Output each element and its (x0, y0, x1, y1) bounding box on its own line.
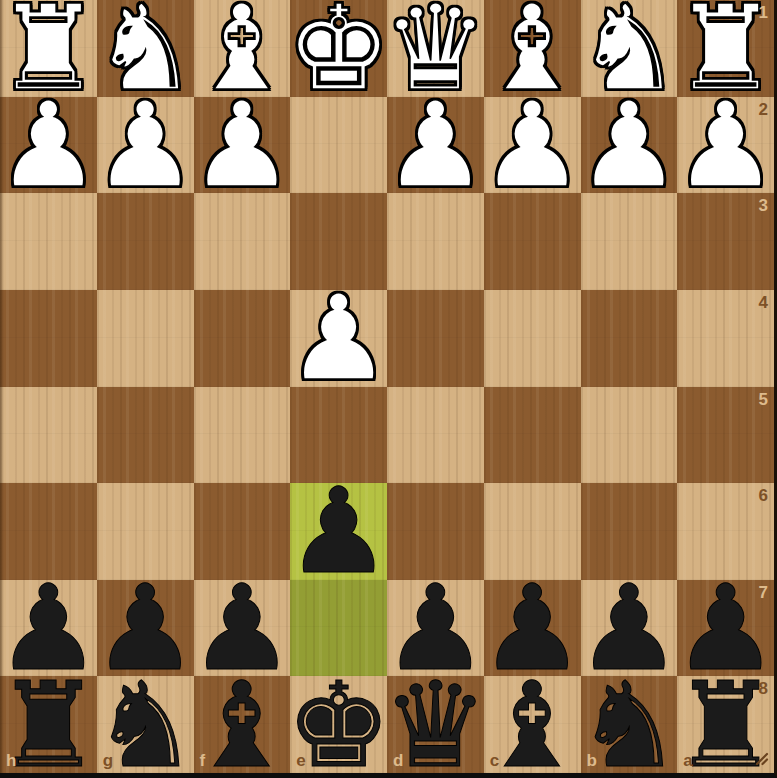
square-g3[interactable] (97, 193, 194, 290)
square-g5[interactable] (97, 387, 194, 484)
rank-label-6: 6 (759, 487, 768, 504)
square-h5[interactable] (0, 387, 97, 484)
square-c7[interactable]: ♟ (484, 580, 581, 677)
square-g1[interactable]: ♞ (97, 0, 194, 97)
chess-board: ♜♞♝♚♛♝♞♜1♟♟♟♟♟♟♟23♟45♟6♟♟♟♟♟♟♟7♜h♞g♝f♚e♛… (0, 0, 777, 778)
square-d7[interactable]: ♟ (387, 580, 484, 677)
square-e8[interactable]: ♚e (290, 676, 387, 773)
square-b3[interactable] (581, 193, 678, 290)
white-bishop[interactable]: ♝ (194, 0, 291, 97)
square-b5[interactable] (581, 387, 678, 484)
square-d6[interactable] (387, 483, 484, 580)
square-e5[interactable] (290, 387, 387, 484)
black-king[interactable]: ♚ (290, 676, 387, 773)
square-b1[interactable]: ♞ (581, 0, 678, 97)
square-h6[interactable] (0, 483, 97, 580)
square-e2[interactable] (290, 97, 387, 194)
white-bishop[interactable]: ♝ (484, 0, 581, 97)
square-b7[interactable]: ♟ (581, 580, 678, 677)
square-b6[interactable] (581, 483, 678, 580)
black-pawn[interactable]: ♟ (484, 580, 581, 677)
white-pawn[interactable]: ♟ (484, 97, 581, 194)
square-c1[interactable]: ♝ (484, 0, 581, 97)
square-c5[interactable] (484, 387, 581, 484)
black-rook[interactable]: ♜ (0, 676, 97, 773)
square-d4[interactable] (387, 290, 484, 387)
square-a6[interactable]: 6 (677, 483, 774, 580)
black-pawn[interactable]: ♟ (581, 580, 678, 677)
square-d8[interactable]: ♛d (387, 676, 484, 773)
square-d1[interactable]: ♛ (387, 0, 484, 97)
rank-label-3: 3 (759, 197, 768, 214)
square-f7[interactable]: ♟ (194, 580, 291, 677)
white-rook[interactable]: ♜ (677, 0, 774, 97)
square-f3[interactable] (194, 193, 291, 290)
square-d5[interactable] (387, 387, 484, 484)
black-pawn[interactable]: ♟ (387, 580, 484, 677)
square-g7[interactable]: ♟ (97, 580, 194, 677)
square-e4[interactable]: ♟ (290, 290, 387, 387)
square-f8[interactable]: ♝f (194, 676, 291, 773)
white-pawn[interactable]: ♟ (0, 97, 97, 194)
square-h2[interactable]: ♟ (0, 97, 97, 194)
square-c3[interactable] (484, 193, 581, 290)
square-g4[interactable] (97, 290, 194, 387)
white-pawn[interactable]: ♟ (290, 290, 387, 387)
resize-handle-icon[interactable] (753, 750, 769, 766)
white-rook[interactable]: ♜ (0, 0, 97, 97)
square-a1[interactable]: ♜1 (677, 0, 774, 97)
square-f2[interactable]: ♟ (194, 97, 291, 194)
black-pawn[interactable]: ♟ (97, 580, 194, 677)
square-g6[interactable] (97, 483, 194, 580)
square-e7[interactable] (290, 580, 387, 677)
rank-label-5: 5 (759, 391, 768, 408)
white-pawn[interactable]: ♟ (194, 97, 291, 194)
black-queen[interactable]: ♛ (387, 676, 484, 773)
black-bishop[interactable]: ♝ (194, 676, 291, 773)
square-b8[interactable]: ♞b (581, 676, 678, 773)
white-queen[interactable]: ♛ (387, 0, 484, 97)
square-b4[interactable] (581, 290, 678, 387)
square-g2[interactable]: ♟ (97, 97, 194, 194)
white-king[interactable]: ♚ (290, 0, 387, 97)
square-f6[interactable] (194, 483, 291, 580)
square-f5[interactable] (194, 387, 291, 484)
square-d2[interactable]: ♟ (387, 97, 484, 194)
square-c8[interactable]: ♝c (484, 676, 581, 773)
black-pawn[interactable]: ♟ (677, 580, 774, 677)
square-a3[interactable]: 3 (677, 193, 774, 290)
square-h4[interactable] (0, 290, 97, 387)
black-pawn[interactable]: ♟ (194, 580, 291, 677)
white-pawn[interactable]: ♟ (387, 97, 484, 194)
square-e1[interactable]: ♚ (290, 0, 387, 97)
white-knight[interactable]: ♞ (97, 0, 194, 97)
square-a4[interactable]: 4 (677, 290, 774, 387)
black-bishop[interactable]: ♝ (484, 676, 581, 773)
rank-label-4: 4 (759, 294, 768, 311)
square-f1[interactable]: ♝ (194, 0, 291, 97)
white-pawn[interactable]: ♟ (581, 97, 678, 194)
square-a7[interactable]: ♟7 (677, 580, 774, 677)
square-h7[interactable]: ♟ (0, 580, 97, 677)
square-c2[interactable]: ♟ (484, 97, 581, 194)
square-h3[interactable] (0, 193, 97, 290)
black-knight[interactable]: ♞ (97, 676, 194, 773)
square-d3[interactable] (387, 193, 484, 290)
black-pawn[interactable]: ♟ (290, 483, 387, 580)
square-h8[interactable]: ♜h (0, 676, 97, 773)
black-pawn[interactable]: ♟ (0, 580, 97, 677)
black-knight[interactable]: ♞ (581, 676, 678, 773)
square-f4[interactable] (194, 290, 291, 387)
square-c4[interactable] (484, 290, 581, 387)
white-pawn[interactable]: ♟ (97, 97, 194, 194)
square-a5[interactable]: 5 (677, 387, 774, 484)
square-e6[interactable]: ♟ (290, 483, 387, 580)
square-e3[interactable] (290, 193, 387, 290)
square-g8[interactable]: ♞g (97, 676, 194, 773)
white-pawn[interactable]: ♟ (677, 97, 774, 194)
square-a2[interactable]: ♟2 (677, 97, 774, 194)
square-b2[interactable]: ♟ (581, 97, 678, 194)
square-c6[interactable] (484, 483, 581, 580)
white-knight[interactable]: ♞ (581, 0, 678, 97)
square-h1[interactable]: ♜ (0, 0, 97, 97)
